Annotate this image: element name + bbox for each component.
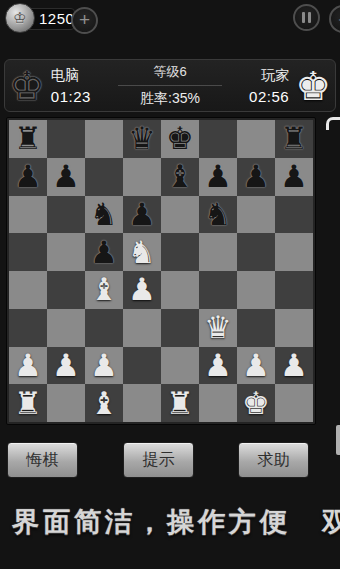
piece-black-rook: ♜ <box>14 120 42 157</box>
square-g6[interactable] <box>237 196 275 234</box>
piece-white-pawn: ♟ <box>128 271 156 308</box>
square-h8[interactable]: ♜ <box>275 120 313 158</box>
square-e2[interactable] <box>161 347 199 385</box>
square-f8[interactable] <box>199 120 237 158</box>
square-b3[interactable] <box>47 309 85 347</box>
tagline-partial-char: 双 <box>322 504 340 540</box>
player-clock: 02:56 <box>249 88 289 105</box>
adjacent-screenshot-corner <box>326 117 340 130</box>
square-a1[interactable]: ♜ <box>9 384 47 422</box>
computer-clock: 01:23 <box>51 88 91 105</box>
chess-board: ♜♛♚♜♟♟♝♟♟♟♞♟♞♟♞♝♟♛♟♟♟♟♟♟♜♝♜♚ <box>9 120 313 422</box>
piece-black-pawn: ♟ <box>128 196 156 233</box>
square-f4[interactable] <box>199 271 237 309</box>
piece-white-rook: ♜ <box>166 385 194 422</box>
match-info: 等级6 胜率:35% <box>91 63 249 108</box>
square-a6[interactable] <box>9 196 47 234</box>
square-f5[interactable] <box>199 233 237 271</box>
square-d6[interactable]: ♟ <box>123 196 161 234</box>
square-g7[interactable]: ♟ <box>237 158 275 196</box>
add-coins-button[interactable]: + <box>71 7 98 34</box>
square-f6[interactable]: ♞ <box>199 196 237 234</box>
piece-black-pawn: ♟ <box>14 158 42 195</box>
piece-black-rook: ♜ <box>280 120 308 157</box>
piece-black-pawn: ♟ <box>204 158 232 195</box>
square-h4[interactable] <box>275 271 313 309</box>
square-f3[interactable]: ♛ <box>199 309 237 347</box>
level-label: 等级6 <box>153 63 186 81</box>
square-h2[interactable]: ♟ <box>275 347 313 385</box>
undo-move-button[interactable]: 悔棋 <box>7 442 78 478</box>
square-e6[interactable] <box>161 196 199 234</box>
coin-count: 1250 <box>39 10 74 27</box>
piece-black-queen: ♛ <box>128 120 156 157</box>
square-g2[interactable]: ♟ <box>237 347 275 385</box>
square-a5[interactable] <box>9 233 47 271</box>
square-c5[interactable]: ♟ <box>85 233 123 271</box>
square-d3[interactable] <box>123 309 161 347</box>
square-d4[interactable]: ♟ <box>123 271 161 309</box>
square-f2[interactable]: ♟ <box>199 347 237 385</box>
tagline-text: 界面简洁，操作方便 <box>12 504 340 550</box>
adjacent-screenshot-sliver <box>336 425 340 455</box>
piece-white-pawn: ♟ <box>52 347 80 384</box>
square-f1[interactable] <box>199 384 237 422</box>
piece-white-bishop: ♝ <box>90 271 118 308</box>
square-a7[interactable]: ♟ <box>9 158 47 196</box>
square-e7[interactable]: ♝ <box>161 158 199 196</box>
computer-label: 电脑 <box>51 67 91 85</box>
square-f7[interactable]: ♟ <box>199 158 237 196</box>
piece-white-queen: ♛ <box>204 309 232 346</box>
square-c3[interactable] <box>85 309 123 347</box>
square-g1[interactable]: ♚ <box>237 384 275 422</box>
piece-white-pawn: ♟ <box>14 347 42 384</box>
square-d1[interactable] <box>123 384 161 422</box>
square-h3[interactable] <box>275 309 313 347</box>
square-b5[interactable] <box>47 233 85 271</box>
piece-white-pawn: ♟ <box>90 347 118 384</box>
square-g8[interactable] <box>237 120 275 158</box>
player-label: 玩家 <box>249 67 289 85</box>
hint-button[interactable]: 提示 <box>123 442 194 478</box>
human-player-panel: 玩家 02:56 <box>249 67 289 105</box>
square-g3[interactable] <box>237 309 275 347</box>
square-a2[interactable]: ♟ <box>9 347 47 385</box>
square-b1[interactable] <box>47 384 85 422</box>
square-e8[interactable]: ♚ <box>161 120 199 158</box>
square-c7[interactable] <box>85 158 123 196</box>
square-d8[interactable]: ♛ <box>123 120 161 158</box>
square-h1[interactable] <box>275 384 313 422</box>
square-d2[interactable] <box>123 347 161 385</box>
chess-app-screen: { "game": "chess", "position": { "fen": … <box>0 0 340 569</box>
square-b7[interactable]: ♟ <box>47 158 85 196</box>
square-h5[interactable] <box>275 233 313 271</box>
square-a8[interactable]: ♜ <box>9 120 47 158</box>
square-c8[interactable] <box>85 120 123 158</box>
square-c4[interactable]: ♝ <box>85 271 123 309</box>
square-c2[interactable]: ♟ <box>85 347 123 385</box>
square-b6[interactable] <box>47 196 85 234</box>
piece-white-rook: ♜ <box>14 385 42 422</box>
pause-button[interactable] <box>293 4 320 31</box>
piece-black-pawn: ♟ <box>242 158 270 195</box>
piece-white-bishop: ♝ <box>90 385 118 422</box>
piece-black-king: ♚ <box>166 120 194 157</box>
square-e4[interactable] <box>161 271 199 309</box>
piece-black-knight: ♞ <box>204 196 232 233</box>
piece-black-pawn: ♟ <box>90 234 118 271</box>
pause-icon <box>302 12 305 23</box>
square-e3[interactable] <box>161 309 199 347</box>
back-button[interactable]: ◀ <box>329 5 340 33</box>
black-king-icon: ♚ <box>9 62 45 110</box>
square-d5[interactable]: ♞ <box>123 233 161 271</box>
square-g4[interactable] <box>237 271 275 309</box>
chess-board-frame: ♜♛♚♜♟♟♝♟♟♟♞♟♞♟♞♝♟♛♟♟♟♟♟♟♜♝♜♚ <box>6 117 316 425</box>
square-h6[interactable] <box>275 196 313 234</box>
square-e1[interactable]: ♜ <box>161 384 199 422</box>
piece-white-pawn: ♟ <box>242 347 270 384</box>
top-bar: ♔ 1250 + ◀ <box>0 0 340 36</box>
win-rate-label: 胜率:35% <box>140 90 200 108</box>
square-b2[interactable]: ♟ <box>47 347 85 385</box>
square-e5[interactable] <box>161 233 199 271</box>
help-button[interactable]: 求助 <box>238 442 309 478</box>
square-d7[interactable] <box>123 158 161 196</box>
piece-white-pawn: ♟ <box>204 347 232 384</box>
piece-white-king: ♚ <box>242 385 270 422</box>
square-h7[interactable]: ♟ <box>275 158 313 196</box>
square-b4[interactable] <box>47 271 85 309</box>
piece-white-knight: ♞ <box>128 234 156 271</box>
square-b8[interactable] <box>47 120 85 158</box>
piece-black-knight: ♞ <box>90 196 118 233</box>
square-g5[interactable] <box>237 233 275 271</box>
square-a3[interactable] <box>9 309 47 347</box>
white-king-icon: ♚ <box>295 62 331 110</box>
square-a4[interactable] <box>9 271 47 309</box>
piece-black-pawn: ♟ <box>280 158 308 195</box>
piece-black-bishop: ♝ <box>166 158 194 195</box>
coin-icon: ♔ <box>5 3 35 33</box>
square-c6[interactable]: ♞ <box>85 196 123 234</box>
square-c1[interactable]: ♝ <box>85 384 123 422</box>
players-header: ♚ 电脑 01:23 等级6 胜率:35% 玩家 02:56 ♚ <box>4 59 336 112</box>
piece-white-pawn: ♟ <box>280 347 308 384</box>
divider <box>118 85 222 86</box>
computer-player-panel: 电脑 01:23 <box>51 67 91 105</box>
piece-black-pawn: ♟ <box>52 158 80 195</box>
